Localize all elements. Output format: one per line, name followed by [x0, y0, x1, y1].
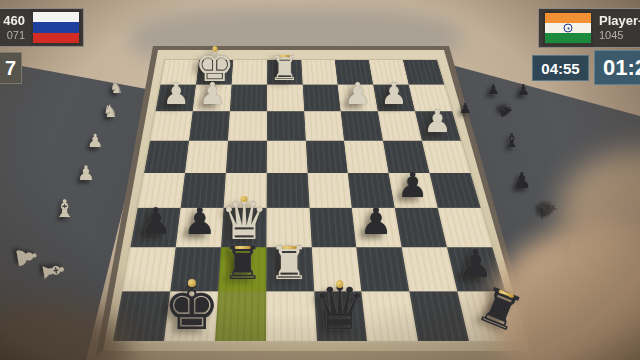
- russia-flag-icon: [31, 10, 81, 45]
- player-left-rating: 071: [7, 29, 25, 42]
- square-a1[interactable]: [403, 60, 444, 84]
- square-d6[interactable]: [309, 208, 356, 247]
- piece-white-rook-e7[interactable]: ♜: [269, 241, 310, 287]
- square-e3[interactable]: [267, 111, 306, 140]
- piece-black-pawn-a7[interactable]: ♟: [458, 245, 493, 284]
- piece-black-pawn-c6[interactable]: ♟: [360, 204, 393, 241]
- captured-black-pawn: ♟: [459, 101, 472, 115]
- captured-white-bishop: ♝: [54, 197, 76, 221]
- square-f2[interactable]: [230, 84, 267, 111]
- flag-stripe: [545, 13, 591, 23]
- square-e4[interactable]: [266, 140, 307, 172]
- square-d1[interactable]: [301, 60, 338, 84]
- piece-white-rook-e1[interactable]: ♜: [269, 51, 300, 85]
- flag-stripe: [33, 33, 79, 43]
- piece-black-rook-f7[interactable]: ♜: [222, 241, 263, 287]
- piece-white-pawn-a3[interactable]: ♟: [423, 106, 451, 138]
- india-flag-icon: [543, 11, 593, 46]
- blurred-foreground: [0, 305, 130, 360]
- square-e8[interactable]: [266, 292, 317, 341]
- gold-crown-trim: [188, 279, 196, 287]
- square-e5[interactable]: [266, 173, 309, 209]
- player-right-rating: 1045: [599, 29, 640, 42]
- piece-black-queen-d8[interactable]: ♛: [313, 278, 367, 339]
- square-f4[interactable]: [226, 140, 267, 172]
- square-g4[interactable]: [185, 140, 228, 172]
- square-c8[interactable]: [362, 292, 419, 341]
- gold-crenellation-trim: [235, 246, 251, 249]
- player-right-name: Player-4: [599, 14, 640, 29]
- square-a4[interactable]: [422, 140, 470, 172]
- captured-black-pawn: ♟: [512, 170, 532, 192]
- player-info-left: 460 071: [0, 8, 84, 47]
- flag-stripe: [33, 12, 79, 22]
- captured-black-knight: ♞: [534, 198, 561, 223]
- captured-black-pawn: ♟: [517, 83, 530, 98]
- captured-white-pawn: ♟: [87, 132, 103, 150]
- piece-white-pawn-c2[interactable]: ♟: [344, 79, 371, 109]
- captured-white-bishop: ♝: [37, 256, 69, 286]
- square-f1[interactable]: [231, 60, 267, 84]
- timer-left: 7: [0, 52, 22, 84]
- player-info-right: Player-4 1045: [538, 8, 640, 48]
- gold-crenellation-trim: [498, 290, 514, 299]
- square-a5[interactable]: [429, 173, 480, 209]
- captured-white-pawn: ♟: [12, 243, 42, 270]
- gold-crenellation-trim: [279, 55, 291, 57]
- piece-white-pawn-g2[interactable]: ♟: [199, 79, 226, 109]
- piece-black-pawn-h6[interactable]: ♟: [140, 204, 173, 241]
- square-e2[interactable]: [267, 84, 304, 111]
- square-f8[interactable]: [215, 292, 266, 341]
- gold-crown-trim: [336, 280, 343, 287]
- captured-black-bishop: ♝: [504, 131, 521, 150]
- square-c3[interactable]: [341, 111, 383, 140]
- piece-black-pawn-b5[interactable]: ♟: [397, 168, 428, 203]
- square-d3[interactable]: [304, 111, 344, 140]
- gold-crenellation-trim: [281, 246, 297, 249]
- gold-crown-trim: [212, 46, 217, 51]
- square-d2[interactable]: [302, 84, 341, 111]
- captured-white-knight: ♞: [103, 103, 118, 120]
- timer-move-countdown: 01:2: [594, 50, 640, 85]
- game-screen: ♞♞♟♟♝♟♝♟♟♞♝♟♞♝♟ ♚♜♟♟♟♟♟♛♜♜♟♟♟♟♟♜♛♚ 460 0…: [0, 0, 640, 360]
- ashoka-chakra-icon: [564, 24, 573, 33]
- square-d5[interactable]: [307, 173, 352, 209]
- square-g3[interactable]: [189, 111, 230, 140]
- piece-black-king-g8[interactable]: ♚: [163, 276, 220, 339]
- flag-stripe: [33, 22, 79, 32]
- square-f3[interactable]: [228, 111, 267, 140]
- square-c4[interactable]: [344, 140, 388, 172]
- player-left-name: 460: [3, 14, 25, 29]
- captured-black-pawn: ♟: [487, 82, 500, 96]
- square-d4[interactable]: [305, 140, 348, 172]
- square-h4[interactable]: [144, 140, 189, 172]
- piece-white-pawn-h2[interactable]: ♟: [163, 79, 190, 109]
- captured-black-knight: ♞: [495, 103, 514, 121]
- piece-white-pawn-b2[interactable]: ♟: [380, 79, 407, 109]
- piece-black-pawn-g6[interactable]: ♟: [184, 204, 217, 241]
- flag-stripe: [545, 33, 591, 43]
- gold-crown-trim: [241, 196, 247, 202]
- square-h3[interactable]: [150, 111, 192, 140]
- captured-white-pawn: ♟: [77, 163, 95, 183]
- captured-white-knight: ♞: [110, 81, 123, 96]
- timer-main: 04:55: [532, 55, 589, 81]
